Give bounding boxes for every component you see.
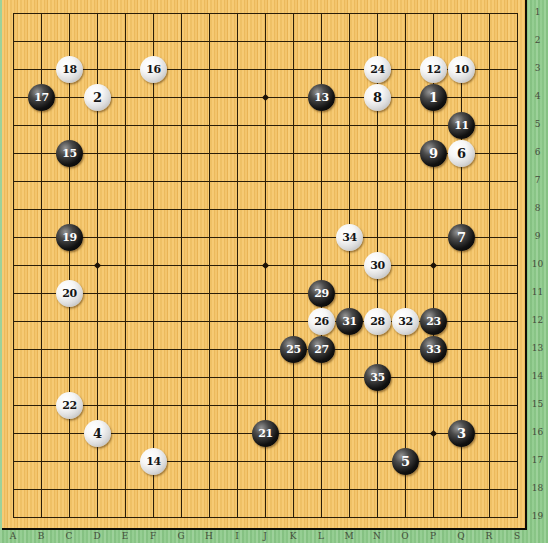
- board-cell-P1[interactable]: [419, 0, 447, 27]
- board-cell-M19[interactable]: [335, 503, 363, 531]
- board-cell-L14[interactable]: [307, 363, 335, 391]
- board-cell-R19[interactable]: [475, 503, 503, 531]
- board-cell-H15[interactable]: [195, 391, 223, 419]
- board-cell-O7[interactable]: [391, 167, 419, 195]
- stone-black-move-33[interactable]: 33: [420, 336, 447, 363]
- board-cell-N1[interactable]: [363, 0, 391, 27]
- board-cell-A18[interactable]: [0, 475, 27, 503]
- board-cell-K19[interactable]: [279, 503, 307, 531]
- board-cell-L15[interactable]: [307, 391, 335, 419]
- stone-white-move-20[interactable]: 20: [56, 280, 83, 307]
- stone-black-move-25[interactable]: 25: [280, 336, 307, 363]
- board-cell-K3[interactable]: [279, 55, 307, 83]
- board-cell-I8[interactable]: [223, 195, 251, 223]
- board-cell-R8[interactable]: [475, 195, 503, 223]
- board-cell-G3[interactable]: [167, 55, 195, 83]
- board-cell-N11[interactable]: [363, 279, 391, 307]
- board-cell-B11[interactable]: [27, 279, 55, 307]
- board-cell-L19[interactable]: [307, 503, 335, 531]
- board-cell-P19[interactable]: [419, 503, 447, 531]
- board-cell-O16[interactable]: [391, 419, 419, 447]
- board-cell-R18[interactable]: [475, 475, 503, 503]
- board-cell-P6[interactable]: 9: [419, 139, 447, 167]
- board-cell-J4[interactable]: [251, 83, 279, 111]
- board-cell-O13[interactable]: [391, 335, 419, 363]
- stone-black-move-3[interactable]: 3: [448, 420, 475, 447]
- board-cell-I12[interactable]: [223, 307, 251, 335]
- board-cell-O3[interactable]: [391, 55, 419, 83]
- board-cell-H10[interactable]: [195, 251, 223, 279]
- board-cell-I16[interactable]: [223, 419, 251, 447]
- board-cell-D11[interactable]: [83, 279, 111, 307]
- stone-black-move-31[interactable]: 31: [336, 308, 363, 335]
- board-cell-A7[interactable]: [0, 167, 27, 195]
- board-cell-G4[interactable]: [167, 83, 195, 111]
- board-cell-C17[interactable]: [55, 447, 83, 475]
- board-cell-F14[interactable]: [139, 363, 167, 391]
- board-cell-B17[interactable]: [27, 447, 55, 475]
- board-cell-D2[interactable]: [83, 27, 111, 55]
- board-cell-A1[interactable]: [0, 0, 27, 27]
- board-cell-D13[interactable]: [83, 335, 111, 363]
- board-cell-M7[interactable]: [335, 167, 363, 195]
- board-cell-A5[interactable]: [0, 111, 27, 139]
- board-cell-R11[interactable]: [475, 279, 503, 307]
- board-cell-O10[interactable]: [391, 251, 419, 279]
- board-cell-Q4[interactable]: [447, 83, 475, 111]
- board-cell-I6[interactable]: [223, 139, 251, 167]
- board-cell-N17[interactable]: [363, 447, 391, 475]
- board-cell-F4[interactable]: [139, 83, 167, 111]
- board-cell-E13[interactable]: [111, 335, 139, 363]
- board-cell-C6[interactable]: 15: [55, 139, 83, 167]
- stone-white-move-10[interactable]: 10: [448, 56, 475, 83]
- board-cell-M16[interactable]: [335, 419, 363, 447]
- board-cell-P9[interactable]: [419, 223, 447, 251]
- board-cell-P3[interactable]: 12: [419, 55, 447, 83]
- board-cell-E4[interactable]: [111, 83, 139, 111]
- board-cell-J5[interactable]: [251, 111, 279, 139]
- board-cell-H1[interactable]: [195, 0, 223, 27]
- board-cell-E9[interactable]: [111, 223, 139, 251]
- board-cell-K5[interactable]: [279, 111, 307, 139]
- board-cell-E14[interactable]: [111, 363, 139, 391]
- board-cell-O14[interactable]: [391, 363, 419, 391]
- board-cell-Q8[interactable]: [447, 195, 475, 223]
- stone-white-move-4[interactable]: 4: [84, 420, 111, 447]
- board-cell-Q1[interactable]: [447, 0, 475, 27]
- board-cell-N18[interactable]: [363, 475, 391, 503]
- board-cell-M10[interactable]: [335, 251, 363, 279]
- board-cell-E15[interactable]: [111, 391, 139, 419]
- board-cell-I15[interactable]: [223, 391, 251, 419]
- stone-black-move-5[interactable]: 5: [392, 448, 419, 475]
- board-cell-E10[interactable]: [111, 251, 139, 279]
- board-cell-F16[interactable]: [139, 419, 167, 447]
- board-cell-C9[interactable]: 19: [55, 223, 83, 251]
- board-cell-H13[interactable]: [195, 335, 223, 363]
- stone-black-move-13[interactable]: 13: [308, 84, 335, 111]
- board-cell-D15[interactable]: [83, 391, 111, 419]
- board-cell-D8[interactable]: [83, 195, 111, 223]
- board-cell-L18[interactable]: [307, 475, 335, 503]
- board-cell-A8[interactable]: [0, 195, 27, 223]
- board-cell-I4[interactable]: [223, 83, 251, 111]
- board-cell-F15[interactable]: [139, 391, 167, 419]
- board-cell-L8[interactable]: [307, 195, 335, 223]
- board-cell-L5[interactable]: [307, 111, 335, 139]
- board-cell-J6[interactable]: [251, 139, 279, 167]
- board-cell-C18[interactable]: [55, 475, 83, 503]
- board-cell-I14[interactable]: [223, 363, 251, 391]
- board-cell-Q5[interactable]: 11: [447, 111, 475, 139]
- board-cell-C10[interactable]: [55, 251, 83, 279]
- stone-black-move-35[interactable]: 35: [364, 364, 391, 391]
- board-cell-K17[interactable]: [279, 447, 307, 475]
- board-cell-N19[interactable]: [363, 503, 391, 531]
- board-cell-P17[interactable]: [419, 447, 447, 475]
- board-cell-L2[interactable]: [307, 27, 335, 55]
- stone-white-move-14[interactable]: 14: [140, 448, 167, 475]
- board-cell-L11[interactable]: 29: [307, 279, 335, 307]
- board-cell-F13[interactable]: [139, 335, 167, 363]
- board-cell-I19[interactable]: [223, 503, 251, 531]
- board-cell-A11[interactable]: [0, 279, 27, 307]
- board-cell-N10[interactable]: 30: [363, 251, 391, 279]
- board-cell-F19[interactable]: [139, 503, 167, 531]
- board-cell-Q11[interactable]: [447, 279, 475, 307]
- board-cell-M14[interactable]: [335, 363, 363, 391]
- stone-white-move-18[interactable]: 18: [56, 56, 83, 83]
- board-cell-A14[interactable]: [0, 363, 27, 391]
- board-cell-M15[interactable]: [335, 391, 363, 419]
- board-cell-F5[interactable]: [139, 111, 167, 139]
- board-cell-B9[interactable]: [27, 223, 55, 251]
- board-cell-J8[interactable]: [251, 195, 279, 223]
- board-cell-O11[interactable]: [391, 279, 419, 307]
- board-cell-H3[interactable]: [195, 55, 223, 83]
- board-cell-H12[interactable]: [195, 307, 223, 335]
- stone-white-move-24[interactable]: 24: [364, 56, 391, 83]
- board-cell-R15[interactable]: [475, 391, 503, 419]
- board-cell-K7[interactable]: [279, 167, 307, 195]
- board-cell-K15[interactable]: [279, 391, 307, 419]
- board-cell-F2[interactable]: [139, 27, 167, 55]
- board-cell-F8[interactable]: [139, 195, 167, 223]
- board-cell-C11[interactable]: 20: [55, 279, 83, 307]
- stone-white-move-6[interactable]: 6: [448, 140, 475, 167]
- stone-black-move-23[interactable]: 23: [420, 308, 447, 335]
- board-cell-R17[interactable]: [475, 447, 503, 475]
- board-cell-M8[interactable]: [335, 195, 363, 223]
- board-cell-K10[interactable]: [279, 251, 307, 279]
- board-cell-E12[interactable]: [111, 307, 139, 335]
- board-cell-D6[interactable]: [83, 139, 111, 167]
- board-cell-F10[interactable]: [139, 251, 167, 279]
- board-cell-H8[interactable]: [195, 195, 223, 223]
- board-cell-I7[interactable]: [223, 167, 251, 195]
- board-cell-M11[interactable]: [335, 279, 363, 307]
- board-cell-O6[interactable]: [391, 139, 419, 167]
- board-cell-J12[interactable]: [251, 307, 279, 335]
- board-cell-R16[interactable]: [475, 419, 503, 447]
- board-cell-M4[interactable]: [335, 83, 363, 111]
- board-cell-I9[interactable]: [223, 223, 251, 251]
- board-cell-M2[interactable]: [335, 27, 363, 55]
- board-cell-K6[interactable]: [279, 139, 307, 167]
- stone-black-move-15[interactable]: 15: [56, 140, 83, 167]
- board-cell-Q15[interactable]: [447, 391, 475, 419]
- board-cell-I3[interactable]: [223, 55, 251, 83]
- board-cell-E1[interactable]: [111, 0, 139, 27]
- board-cell-Q7[interactable]: [447, 167, 475, 195]
- board-cell-O2[interactable]: [391, 27, 419, 55]
- board-cell-J3[interactable]: [251, 55, 279, 83]
- board-cell-G6[interactable]: [167, 139, 195, 167]
- board-cell-G17[interactable]: [167, 447, 195, 475]
- board-cell-C14[interactable]: [55, 363, 83, 391]
- board-cell-K13[interactable]: 25: [279, 335, 307, 363]
- board-cell-A2[interactable]: [0, 27, 27, 55]
- board-cell-D14[interactable]: [83, 363, 111, 391]
- stone-black-move-7[interactable]: 7: [448, 224, 475, 251]
- board-cell-E3[interactable]: [111, 55, 139, 83]
- board-cell-H9[interactable]: [195, 223, 223, 251]
- stone-black-move-21[interactable]: 21: [252, 420, 279, 447]
- board-cell-L12[interactable]: 26: [307, 307, 335, 335]
- board-cell-I1[interactable]: [223, 0, 251, 27]
- stone-white-move-16[interactable]: 16: [140, 56, 167, 83]
- stone-black-move-1[interactable]: 1: [420, 84, 447, 111]
- board-cell-H11[interactable]: [195, 279, 223, 307]
- board-cell-B18[interactable]: [27, 475, 55, 503]
- board-cell-J19[interactable]: [251, 503, 279, 531]
- board-cell-L4[interactable]: 13: [307, 83, 335, 111]
- board-cell-H19[interactable]: [195, 503, 223, 531]
- board-cell-F12[interactable]: [139, 307, 167, 335]
- board-cell-Q9[interactable]: 7: [447, 223, 475, 251]
- board-cell-F3[interactable]: 16: [139, 55, 167, 83]
- board-cell-C15[interactable]: 22: [55, 391, 83, 419]
- board-cell-D12[interactable]: [83, 307, 111, 335]
- board-cell-I13[interactable]: [223, 335, 251, 363]
- board-cell-I18[interactable]: [223, 475, 251, 503]
- board-cell-O12[interactable]: 32: [391, 307, 419, 335]
- board-cell-C2[interactable]: [55, 27, 83, 55]
- board-cell-G10[interactable]: [167, 251, 195, 279]
- board-cell-K11[interactable]: [279, 279, 307, 307]
- board-cell-I17[interactable]: [223, 447, 251, 475]
- board-cell-C19[interactable]: [55, 503, 83, 531]
- board-cell-Q6[interactable]: 6: [447, 139, 475, 167]
- board-cell-R7[interactable]: [475, 167, 503, 195]
- board-cell-F18[interactable]: [139, 475, 167, 503]
- board-cell-P2[interactable]: [419, 27, 447, 55]
- board-cell-L7[interactable]: [307, 167, 335, 195]
- board-cell-C3[interactable]: 18: [55, 55, 83, 83]
- board-cell-D18[interactable]: [83, 475, 111, 503]
- board-cell-N8[interactable]: [363, 195, 391, 223]
- board-cell-J14[interactable]: [251, 363, 279, 391]
- board-cell-A12[interactable]: [0, 307, 27, 335]
- board-cell-Q3[interactable]: 10: [447, 55, 475, 83]
- board-cell-B1[interactable]: [27, 0, 55, 27]
- board-cell-A3[interactable]: [0, 55, 27, 83]
- stone-white-move-12[interactable]: 12: [420, 56, 447, 83]
- board-cell-H4[interactable]: [195, 83, 223, 111]
- board-cell-M17[interactable]: [335, 447, 363, 475]
- board-cell-R9[interactable]: [475, 223, 503, 251]
- board-cell-P11[interactable]: [419, 279, 447, 307]
- board-cell-L3[interactable]: [307, 55, 335, 83]
- board-cell-J1[interactable]: [251, 0, 279, 27]
- board-cell-H6[interactable]: [195, 139, 223, 167]
- board-cell-J17[interactable]: [251, 447, 279, 475]
- board-cell-H2[interactable]: [195, 27, 223, 55]
- board-cell-M6[interactable]: [335, 139, 363, 167]
- board-cell-A10[interactable]: [0, 251, 27, 279]
- board-cell-E17[interactable]: [111, 447, 139, 475]
- board-cell-K2[interactable]: [279, 27, 307, 55]
- board-cell-G15[interactable]: [167, 391, 195, 419]
- board-cell-Q13[interactable]: [447, 335, 475, 363]
- board-cell-O4[interactable]: [391, 83, 419, 111]
- board-cell-N16[interactable]: [363, 419, 391, 447]
- board-cell-L13[interactable]: 27: [307, 335, 335, 363]
- board-cell-C7[interactable]: [55, 167, 83, 195]
- board-cell-M18[interactable]: [335, 475, 363, 503]
- stone-white-move-28[interactable]: 28: [364, 308, 391, 335]
- board-cell-H7[interactable]: [195, 167, 223, 195]
- board-cell-P16[interactable]: [419, 419, 447, 447]
- board-cell-O17[interactable]: 5: [391, 447, 419, 475]
- board-cell-P7[interactable]: [419, 167, 447, 195]
- board-cell-C16[interactable]: [55, 419, 83, 447]
- board-cell-K16[interactable]: [279, 419, 307, 447]
- board-cell-Q18[interactable]: [447, 475, 475, 503]
- board-cell-A9[interactable]: [0, 223, 27, 251]
- board-cell-B7[interactable]: [27, 167, 55, 195]
- board-cell-B15[interactable]: [27, 391, 55, 419]
- board-cell-F17[interactable]: 14: [139, 447, 167, 475]
- board-cell-N2[interactable]: [363, 27, 391, 55]
- board-cell-K1[interactable]: [279, 0, 307, 27]
- board-cell-R2[interactable]: [475, 27, 503, 55]
- stone-black-move-27[interactable]: 27: [308, 336, 335, 363]
- board-cell-I5[interactable]: [223, 111, 251, 139]
- board-cell-R1[interactable]: [475, 0, 503, 27]
- board-cell-J18[interactable]: [251, 475, 279, 503]
- board-cell-R13[interactable]: [475, 335, 503, 363]
- board-cell-G19[interactable]: [167, 503, 195, 531]
- board-cell-R12[interactable]: [475, 307, 503, 335]
- board-cell-D7[interactable]: [83, 167, 111, 195]
- board-cell-A13[interactable]: [0, 335, 27, 363]
- stone-black-move-29[interactable]: 29: [308, 280, 335, 307]
- board-cell-K8[interactable]: [279, 195, 307, 223]
- board-cell-C8[interactable]: [55, 195, 83, 223]
- board-cell-Q16[interactable]: 3: [447, 419, 475, 447]
- board-cell-K12[interactable]: [279, 307, 307, 335]
- board-cell-P5[interactable]: [419, 111, 447, 139]
- board-cell-D17[interactable]: [83, 447, 111, 475]
- board-cell-R3[interactable]: [475, 55, 503, 83]
- stone-white-move-26[interactable]: 26: [308, 308, 335, 335]
- board-cell-L16[interactable]: [307, 419, 335, 447]
- board-cell-J7[interactable]: [251, 167, 279, 195]
- stone-white-move-30[interactable]: 30: [364, 252, 391, 279]
- board-cell-R6[interactable]: [475, 139, 503, 167]
- board-cell-N5[interactable]: [363, 111, 391, 139]
- board-cell-G11[interactable]: [167, 279, 195, 307]
- board-cell-O5[interactable]: [391, 111, 419, 139]
- board-cell-E5[interactable]: [111, 111, 139, 139]
- board-cell-J2[interactable]: [251, 27, 279, 55]
- board-cell-O15[interactable]: [391, 391, 419, 419]
- stone-white-move-32[interactable]: 32: [392, 308, 419, 335]
- board-cell-L9[interactable]: [307, 223, 335, 251]
- board-cell-N15[interactable]: [363, 391, 391, 419]
- board-cell-Q14[interactable]: [447, 363, 475, 391]
- board-cell-P15[interactable]: [419, 391, 447, 419]
- board-cell-J13[interactable]: [251, 335, 279, 363]
- stone-white-move-22[interactable]: 22: [56, 392, 83, 419]
- board-cell-A4[interactable]: [0, 83, 27, 111]
- board-cell-K14[interactable]: [279, 363, 307, 391]
- stone-white-move-34[interactable]: 34: [336, 224, 363, 251]
- board-cell-F7[interactable]: [139, 167, 167, 195]
- board-cell-L1[interactable]: [307, 0, 335, 27]
- board-cell-M13[interactable]: [335, 335, 363, 363]
- board-cell-N13[interactable]: [363, 335, 391, 363]
- board-cell-A6[interactable]: [0, 139, 27, 167]
- board-cell-E6[interactable]: [111, 139, 139, 167]
- board-cell-E2[interactable]: [111, 27, 139, 55]
- board-cell-F11[interactable]: [139, 279, 167, 307]
- board-cell-B2[interactable]: [27, 27, 55, 55]
- board-cell-G13[interactable]: [167, 335, 195, 363]
- stone-black-move-17[interactable]: 17: [28, 84, 55, 111]
- board-cell-N9[interactable]: [363, 223, 391, 251]
- board-cell-E18[interactable]: [111, 475, 139, 503]
- board-cell-C13[interactable]: [55, 335, 83, 363]
- board-cell-E11[interactable]: [111, 279, 139, 307]
- board-cell-C12[interactable]: [55, 307, 83, 335]
- board-cell-J9[interactable]: [251, 223, 279, 251]
- board-cell-E16[interactable]: [111, 419, 139, 447]
- board-cell-O18[interactable]: [391, 475, 419, 503]
- board-cell-B5[interactable]: [27, 111, 55, 139]
- board-cell-P13[interactable]: 33: [419, 335, 447, 363]
- board-cell-B14[interactable]: [27, 363, 55, 391]
- board-cell-A16[interactable]: [0, 419, 27, 447]
- board-cell-Q12[interactable]: [447, 307, 475, 335]
- stone-white-move-8[interactable]: 8: [364, 84, 391, 111]
- board-cell-N6[interactable]: [363, 139, 391, 167]
- board-cell-O9[interactable]: [391, 223, 419, 251]
- board-cell-G12[interactable]: [167, 307, 195, 335]
- board-cell-G5[interactable]: [167, 111, 195, 139]
- board-cell-K9[interactable]: [279, 223, 307, 251]
- board-cell-F1[interactable]: [139, 0, 167, 27]
- board-cell-B6[interactable]: [27, 139, 55, 167]
- board-cell-F6[interactable]: [139, 139, 167, 167]
- board-cell-G18[interactable]: [167, 475, 195, 503]
- board-cell-I10[interactable]: [223, 251, 251, 279]
- board-cell-H17[interactable]: [195, 447, 223, 475]
- board-cell-O1[interactable]: [391, 0, 419, 27]
- board-cell-F9[interactable]: [139, 223, 167, 251]
